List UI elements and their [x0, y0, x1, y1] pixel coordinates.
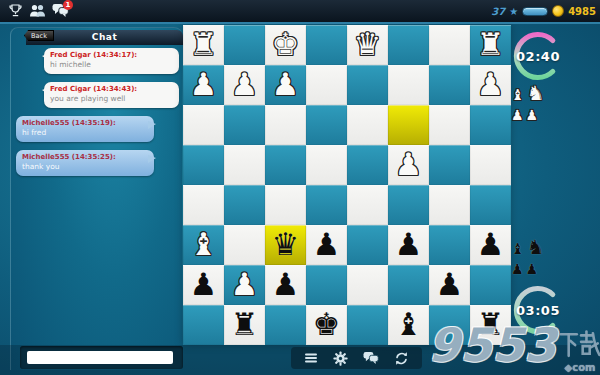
- white-pawn: ♟: [265, 65, 306, 104]
- chat-message-text: hi michelle: [50, 60, 173, 70]
- square-g6[interactable]: [429, 225, 470, 265]
- square-b3[interactable]: [224, 105, 265, 145]
- top-bar-divider: [0, 22, 600, 24]
- black-pawn: ♟: [306, 225, 347, 264]
- white-king: ♚: [265, 25, 306, 64]
- white-knight-captured: ♞: [526, 83, 544, 103]
- square-a4[interactable]: [183, 145, 224, 185]
- square-f6[interactable]: ♟: [388, 225, 429, 265]
- square-b4[interactable]: [224, 145, 265, 185]
- white-pawn-captured: ♟: [526, 108, 539, 122]
- coin-icon: [552, 5, 564, 17]
- square-h3[interactable]: [470, 105, 511, 145]
- bottom-toolbar: [291, 347, 422, 369]
- square-c7[interactable]: ♟: [265, 265, 306, 305]
- chat-panel: Chat Back Fred Cigar (14:34:17):hi miche…: [10, 27, 182, 370]
- square-d1[interactable]: [306, 25, 347, 65]
- square-a2[interactable]: ♟: [183, 65, 224, 105]
- black-pawn-captured: ♟: [511, 262, 524, 276]
- game-window: 1 37 ★ 4985 Chat Back Fred Cigar (14:34:…: [0, 0, 600, 375]
- chat-message-bubble: Fred Cigar (14:34:17):hi michelle: [44, 48, 179, 74]
- black-pawn-captured: ♟: [526, 262, 539, 276]
- square-f3[interactable]: [388, 105, 429, 145]
- coin-balance: 4985: [568, 6, 596, 17]
- square-g1[interactable]: [429, 25, 470, 65]
- captured-bottom: ♝♞♟♟: [511, 238, 567, 276]
- square-e7[interactable]: [347, 265, 388, 305]
- black-rook: ♜: [224, 305, 265, 344]
- square-d3[interactable]: [306, 105, 347, 145]
- chat-message-bubble: Michelle555 (14:35:19):hi fred: [16, 116, 154, 142]
- square-b5[interactable]: [224, 185, 265, 225]
- square-e2[interactable]: [347, 65, 388, 105]
- square-g5[interactable]: [429, 185, 470, 225]
- square-c1[interactable]: ♚: [265, 25, 306, 65]
- black-pawn: ♟: [470, 225, 511, 264]
- square-d2[interactable]: [306, 65, 347, 105]
- square-e8[interactable]: [347, 305, 388, 345]
- chat-message-bubble: Fred Cigar (14:34:43):you are playing we…: [44, 82, 179, 108]
- captured-top: ♝♞♟♟: [511, 84, 567, 122]
- flip-board-icon[interactable]: [394, 351, 409, 366]
- square-b2[interactable]: ♟: [224, 65, 265, 105]
- square-a8[interactable]: [183, 305, 224, 345]
- notification-badge: 1: [63, 0, 73, 10]
- friends-icon[interactable]: [29, 3, 46, 18]
- square-d5[interactable]: [306, 185, 347, 225]
- square-h5[interactable]: [470, 185, 511, 225]
- square-f8[interactable]: ♝: [388, 305, 429, 345]
- menu-icon[interactable]: [304, 352, 318, 364]
- back-button[interactable]: Back: [24, 30, 54, 41]
- square-d8[interactable]: ♚: [306, 305, 347, 345]
- square-h7[interactable]: [470, 265, 511, 305]
- square-g7[interactable]: ♟: [429, 265, 470, 305]
- settings-gear-icon[interactable]: [333, 351, 348, 366]
- chat-message-bubble: Michelle555 (14:35:25):thank you: [16, 150, 154, 176]
- square-a3[interactable]: [183, 105, 224, 145]
- square-d6[interactable]: ♟: [306, 225, 347, 265]
- white-queen: ♛: [347, 25, 388, 64]
- white-pawn: ♟: [388, 145, 429, 184]
- square-f4[interactable]: ♟: [388, 145, 429, 185]
- square-e6[interactable]: [347, 225, 388, 265]
- square-c2[interactable]: ♟: [265, 65, 306, 105]
- square-b7[interactable]: ♟: [224, 265, 265, 305]
- square-b8[interactable]: ♜: [224, 305, 265, 345]
- chat-message-author: Fred Cigar (14:34:17):: [50, 51, 173, 60]
- square-d4[interactable]: [306, 145, 347, 185]
- square-f7[interactable]: [388, 265, 429, 305]
- black-bishop: ♝: [388, 305, 429, 344]
- player-level: 37: [491, 6, 505, 17]
- square-h2[interactable]: ♟: [470, 65, 511, 105]
- chat-message-text: thank you: [22, 162, 148, 172]
- square-b1[interactable]: [224, 25, 265, 65]
- square-f1[interactable]: [388, 25, 429, 65]
- chat-input[interactable]: [27, 351, 173, 364]
- black-queen: ♛: [265, 225, 306, 264]
- black-king: ♚: [306, 305, 347, 344]
- square-a7[interactable]: ♟: [183, 265, 224, 305]
- white-pawn: ♟: [183, 65, 224, 104]
- white-rook: ♜: [183, 25, 224, 64]
- white-pawn: ♟: [224, 265, 265, 304]
- square-e4[interactable]: [347, 145, 388, 185]
- square-f2[interactable]: [388, 65, 429, 105]
- square-b6[interactable]: [224, 225, 265, 265]
- chat-messages: Fred Cigar (14:34:17):hi michelleFred Ci…: [11, 48, 183, 184]
- chat-message-author: Michelle555 (14:35:19):: [22, 119, 148, 128]
- square-e5[interactable]: [347, 185, 388, 225]
- white-rook: ♜: [470, 25, 511, 64]
- black-pawn: ♟: [183, 265, 224, 304]
- chess-board: ♜♚♛♜♟♟♟♟♟♝♛♟♟♟♟♟♟♟♜♚♝♜: [183, 25, 511, 345]
- square-c6[interactable]: ♛: [265, 225, 306, 265]
- square-a1[interactable]: ♜: [183, 25, 224, 65]
- square-h8[interactable]: ♜: [470, 305, 511, 345]
- square-a6[interactable]: ♝: [183, 225, 224, 265]
- trophy-icon[interactable]: [8, 3, 23, 19]
- square-e1[interactable]: ♛: [347, 25, 388, 65]
- square-g4[interactable]: [429, 145, 470, 185]
- chat-message-text: you are playing well: [50, 94, 173, 104]
- chat-message-text: hi fred: [22, 128, 148, 138]
- square-c5[interactable]: [265, 185, 306, 225]
- square-h4[interactable]: [470, 145, 511, 185]
- square-e3[interactable]: [347, 105, 388, 145]
- white-bishop: ♝: [183, 225, 224, 264]
- square-g2[interactable]: [429, 65, 470, 105]
- star-icon: ★: [509, 6, 518, 17]
- square-g8[interactable]: [429, 305, 470, 345]
- white-pawn: ♟: [224, 65, 265, 104]
- white-timer: 02:40: [510, 49, 566, 65]
- white-pawn-captured: ♟: [511, 108, 524, 122]
- black-timer: 03:05: [510, 303, 566, 319]
- chat-input-container: [20, 346, 183, 369]
- white-pawn: ♟: [470, 65, 511, 104]
- square-h1[interactable]: ♜: [470, 25, 511, 65]
- black-bishop-captured: ♝: [511, 242, 524, 257]
- square-a5[interactable]: [183, 185, 224, 225]
- black-rook: ♜: [470, 305, 511, 344]
- square-f5[interactable]: [388, 185, 429, 225]
- square-h6[interactable]: ♟: [470, 225, 511, 265]
- square-c8[interactable]: [265, 305, 306, 345]
- chat-toggle-icon[interactable]: [363, 351, 379, 365]
- chat-message-author: Michelle555 (14:35:25):: [22, 153, 148, 162]
- square-d7[interactable]: [306, 265, 347, 305]
- white-bishop-captured: ♝: [511, 88, 524, 103]
- square-g3[interactable]: [429, 105, 470, 145]
- black-pawn: ♟: [265, 265, 306, 304]
- square-c4[interactable]: [265, 145, 306, 185]
- square-c3[interactable]: [265, 105, 306, 145]
- black-knight-captured: ♞: [526, 237, 544, 257]
- black-pawn: ♟: [388, 225, 429, 264]
- top-bar: 1 37 ★ 4985: [0, 0, 600, 22]
- black-pawn: ♟: [429, 265, 470, 304]
- chat-message-author: Fred Cigar (14:34:43):: [50, 85, 173, 94]
- xp-progress-pill: [522, 7, 548, 16]
